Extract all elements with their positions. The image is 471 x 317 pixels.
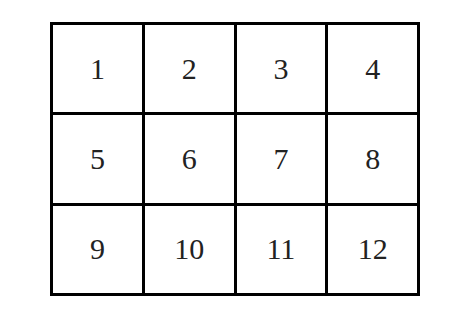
grid-cell-r1c1: 1 [53,25,142,112]
grid-cell-r2c3: 7 [237,115,326,202]
grid-cell-r2c4: 8 [328,115,417,202]
grid-cell-r2c1: 5 [53,115,142,202]
number-grid-board: 123456789101112 [50,22,420,296]
grid-cell-r3c1: 9 [53,206,142,293]
grid-cell-r1c4: 4 [328,25,417,112]
grid-cell-r1c2: 2 [145,25,234,112]
grid-cell-r2c2: 6 [145,115,234,202]
grid-cell-r1c3: 3 [237,25,326,112]
grid-cell-r3c2: 10 [145,206,234,293]
grid-cell-r3c3: 11 [237,206,326,293]
grid-cell-r3c4: 12 [328,206,417,293]
